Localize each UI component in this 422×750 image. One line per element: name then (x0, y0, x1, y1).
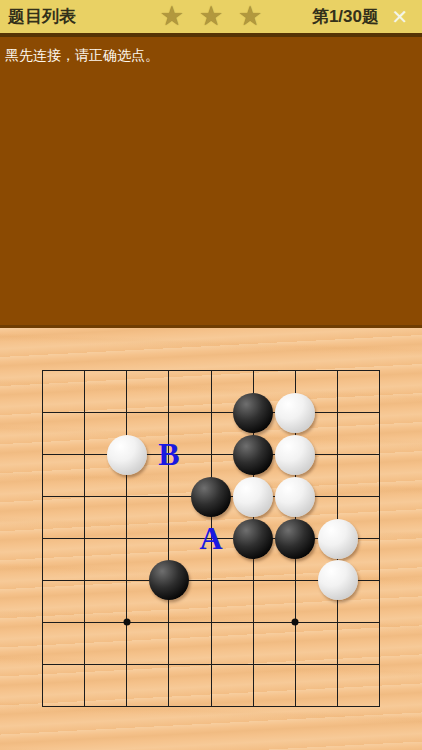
white-stone (275, 435, 315, 475)
white-stone (275, 477, 315, 517)
go-board[interactable]: AB (0, 328, 422, 750)
problem-progress: 第1/30题 (312, 0, 379, 33)
black-stone (275, 519, 315, 559)
choice-label-b[interactable]: B (158, 438, 179, 470)
white-stone (275, 393, 315, 433)
header-bar: 题目列表 ★ ★ ★ 第1/30题 ✕ (0, 0, 422, 33)
white-stone (233, 477, 273, 517)
close-icon[interactable]: ✕ (387, 0, 413, 33)
black-stone (233, 435, 273, 475)
hoshi-point (292, 619, 299, 626)
hoshi-point (123, 619, 130, 626)
star-icon: ★ (199, 3, 223, 30)
grid-line-horizontal (42, 664, 380, 665)
grid-line-vertical (379, 370, 380, 707)
black-stone (149, 560, 189, 600)
instruction-panel: 黑先连接，请正确选点。 (0, 37, 422, 325)
black-stone (233, 393, 273, 433)
black-stone (191, 477, 231, 517)
white-stone (107, 435, 147, 475)
app-window: 题目列表 ★ ★ ★ 第1/30题 ✕ 黑先连接，请正确选点。 AB (0, 0, 422, 750)
problem-list-button[interactable]: 题目列表 (8, 0, 76, 33)
star-icon: ★ (160, 3, 184, 30)
star-icon: ★ (238, 3, 262, 30)
black-stone (233, 519, 273, 559)
white-stone (318, 560, 358, 600)
difficulty-stars: ★ ★ ★ (160, 0, 263, 33)
grid-line-horizontal (42, 622, 380, 623)
board-area: AB (0, 328, 422, 750)
white-stone (318, 519, 358, 559)
choice-label-a[interactable]: A (199, 522, 222, 554)
instruction-text: 黑先连接，请正确选点。 (0, 37, 422, 65)
grid-line-horizontal (42, 706, 380, 707)
